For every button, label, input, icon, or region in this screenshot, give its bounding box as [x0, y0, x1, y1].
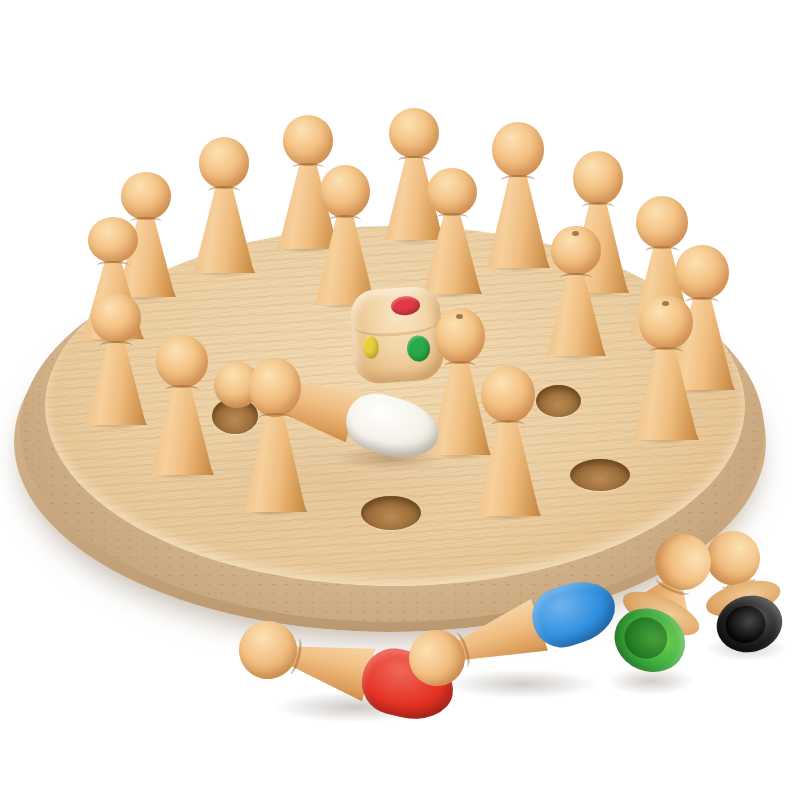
peg-head — [283, 115, 334, 166]
peg-body — [193, 185, 255, 273]
peg-neck-groove — [258, 413, 291, 424]
memory-chess-product-photo — [0, 0, 800, 800]
tip-end-face — [722, 602, 769, 647]
tip-end-face — [618, 611, 674, 666]
peg-neck-groove — [97, 261, 129, 270]
peg-neck-groove — [329, 215, 361, 225]
peg-neck-groove — [436, 213, 467, 223]
standing-peg — [243, 358, 307, 512]
peg-neck-groove — [491, 420, 525, 431]
peg-head — [249, 358, 301, 417]
peg-head — [199, 137, 250, 189]
peg-head — [481, 366, 535, 423]
standing-peg — [85, 293, 147, 425]
standing-peg — [475, 366, 541, 516]
die-dot-green — [406, 335, 431, 363]
standing-peg — [546, 226, 606, 356]
peg-head — [121, 172, 170, 220]
peg-body — [546, 272, 606, 357]
die-dot-yellow — [362, 335, 380, 359]
peg-head-mark — [662, 301, 669, 306]
peg-head — [573, 151, 624, 205]
peg-body — [150, 384, 214, 475]
peg-neck-groove — [560, 273, 591, 283]
peg-neck-groove — [208, 186, 240, 196]
peg-head — [492, 122, 544, 177]
standing-peg — [633, 295, 699, 440]
peg-neck-groove — [444, 361, 476, 372]
peg-body — [85, 339, 147, 425]
peg-head — [320, 165, 371, 218]
standing-peg — [422, 168, 482, 294]
standing-peg — [150, 335, 214, 475]
peg-body — [243, 412, 307, 512]
peg-body — [633, 346, 699, 440]
peg-neck-groove — [100, 341, 132, 351]
peg-head — [156, 335, 208, 388]
peg-body — [475, 419, 541, 517]
peg-head — [427, 168, 476, 216]
peg-head — [91, 293, 142, 343]
peg-head — [88, 217, 139, 263]
peg-neck-groove — [582, 202, 614, 213]
peg-head — [636, 196, 688, 249]
peg-neck-groove — [165, 385, 198, 395]
peg-body — [422, 212, 482, 294]
peg-neck-groove — [649, 347, 683, 358]
standing-peg — [193, 137, 255, 273]
board-hole — [536, 385, 581, 417]
board-hole — [570, 459, 630, 491]
standing-peg — [314, 165, 376, 305]
peg-head — [675, 245, 729, 300]
peg-neck-groove — [398, 156, 429, 166]
peg-head — [389, 108, 438, 158]
standing-peg — [486, 122, 550, 268]
board-hole — [361, 496, 421, 530]
peg-neck-groove — [501, 175, 534, 186]
peg-body — [486, 173, 550, 268]
